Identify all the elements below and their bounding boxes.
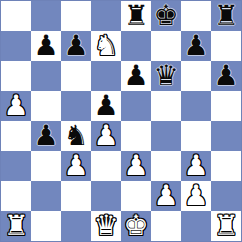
square-f1[interactable] [151, 211, 181, 241]
square-c4[interactable]: ♞ [61, 121, 91, 151]
square-c6[interactable] [61, 61, 91, 91]
square-a2[interactable] [1, 181, 31, 211]
square-f4[interactable] [151, 121, 181, 151]
square-c7[interactable]: ♟ [61, 31, 91, 61]
black-pawn[interactable]: ♟ [213, 61, 238, 91]
square-f8[interactable]: ♚ [151, 1, 181, 31]
square-c8[interactable] [61, 1, 91, 31]
square-d6[interactable] [91, 61, 121, 91]
square-g1[interactable] [181, 211, 211, 241]
square-a1[interactable]: ♜ [1, 211, 31, 241]
square-d2[interactable] [91, 181, 121, 211]
white-pawn[interactable]: ♟ [183, 181, 208, 211]
white-rook[interactable]: ♜ [213, 211, 238, 241]
square-f5[interactable] [151, 91, 181, 121]
square-d8[interactable] [91, 1, 121, 31]
white-rook[interactable]: ♜ [3, 211, 28, 241]
black-king[interactable]: ♚ [153, 1, 178, 31]
square-d1[interactable]: ♛ [91, 211, 121, 241]
square-f2[interactable]: ♟ [151, 181, 181, 211]
square-b7[interactable]: ♟ [31, 31, 61, 61]
square-e1[interactable]: ♚ [121, 211, 151, 241]
chess-board-wrap: ♜♚♜♟♟♞♟♟♛♟♟♟♟♞♟♟♟♟♟♟♜♛♚♜ [0, 0, 242, 242]
white-knight[interactable]: ♞ [93, 31, 118, 61]
square-e6[interactable]: ♟ [121, 61, 151, 91]
white-pawn[interactable]: ♟ [63, 151, 88, 181]
square-h5[interactable] [211, 91, 241, 121]
square-h7[interactable] [211, 31, 241, 61]
black-pawn[interactable]: ♟ [93, 91, 118, 121]
square-g4[interactable] [181, 121, 211, 151]
chess-board: ♜♚♜♟♟♞♟♟♛♟♟♟♟♞♟♟♟♟♟♟♜♛♚♜ [0, 0, 242, 242]
black-pawn[interactable]: ♟ [183, 31, 208, 61]
white-pawn[interactable]: ♟ [93, 121, 118, 151]
square-g3[interactable]: ♟ [181, 151, 211, 181]
white-pawn[interactable]: ♟ [153, 181, 178, 211]
square-g2[interactable]: ♟ [181, 181, 211, 211]
square-a5[interactable]: ♟ [1, 91, 31, 121]
square-e3[interactable]: ♟ [121, 151, 151, 181]
square-d5[interactable]: ♟ [91, 91, 121, 121]
square-d7[interactable]: ♞ [91, 31, 121, 61]
square-d4[interactable]: ♟ [91, 121, 121, 151]
square-c2[interactable] [61, 181, 91, 211]
black-pawn[interactable]: ♟ [63, 31, 88, 61]
square-b8[interactable] [31, 1, 61, 31]
black-knight[interactable]: ♞ [63, 121, 88, 151]
square-e5[interactable] [121, 91, 151, 121]
square-a4[interactable] [1, 121, 31, 151]
square-g8[interactable] [181, 1, 211, 31]
black-rook[interactable]: ♜ [213, 1, 238, 31]
square-h2[interactable] [211, 181, 241, 211]
square-a8[interactable] [1, 1, 31, 31]
white-king[interactable]: ♚ [123, 211, 148, 241]
square-f6[interactable]: ♛ [151, 61, 181, 91]
white-pawn[interactable]: ♟ [123, 151, 148, 181]
square-f3[interactable] [151, 151, 181, 181]
black-pawn[interactable]: ♟ [33, 121, 58, 151]
square-h3[interactable] [211, 151, 241, 181]
white-pawn[interactable]: ♟ [3, 91, 28, 121]
square-a7[interactable] [1, 31, 31, 61]
square-e8[interactable]: ♜ [121, 1, 151, 31]
square-a6[interactable] [1, 61, 31, 91]
white-pawn[interactable]: ♟ [183, 151, 208, 181]
square-b1[interactable] [31, 211, 61, 241]
square-b4[interactable]: ♟ [31, 121, 61, 151]
white-queen[interactable]: ♛ [93, 211, 118, 241]
square-g7[interactable]: ♟ [181, 31, 211, 61]
black-queen[interactable]: ♛ [153, 61, 178, 91]
black-rook[interactable]: ♜ [123, 1, 148, 31]
square-a3[interactable] [1, 151, 31, 181]
square-g5[interactable] [181, 91, 211, 121]
square-f7[interactable] [151, 31, 181, 61]
square-h8[interactable]: ♜ [211, 1, 241, 31]
square-c1[interactable] [61, 211, 91, 241]
square-h1[interactable]: ♜ [211, 211, 241, 241]
black-pawn[interactable]: ♟ [33, 31, 58, 61]
square-b6[interactable] [31, 61, 61, 91]
square-e7[interactable] [121, 31, 151, 61]
square-d3[interactable] [91, 151, 121, 181]
black-pawn[interactable]: ♟ [123, 61, 148, 91]
square-b3[interactable] [31, 151, 61, 181]
square-e2[interactable] [121, 181, 151, 211]
square-g6[interactable] [181, 61, 211, 91]
square-e4[interactable] [121, 121, 151, 151]
square-c5[interactable] [61, 91, 91, 121]
square-c3[interactable]: ♟ [61, 151, 91, 181]
square-b5[interactable] [31, 91, 61, 121]
square-b2[interactable] [31, 181, 61, 211]
square-h6[interactable]: ♟ [211, 61, 241, 91]
square-h4[interactable] [211, 121, 241, 151]
